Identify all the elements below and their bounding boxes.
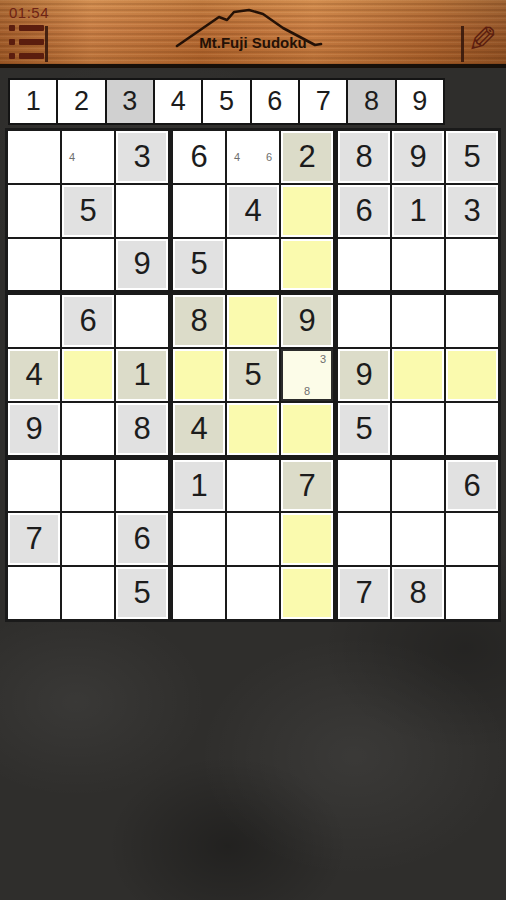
cell-r3c8[interactable] [392, 239, 444, 291]
box-8: 17 [173, 460, 333, 619]
number-button-6[interactable]: 6 [252, 80, 298, 123]
title-block: Mt.Fuji Sudoku [165, 0, 341, 64]
number-button-3[interactable]: 3 [107, 80, 153, 123]
cell-r5c3[interactable]: 1 [116, 349, 168, 401]
cell-r1c6[interactable]: 2 [281, 131, 333, 183]
cell-r7c9[interactable]: 6 [446, 460, 498, 512]
cell-r9c4[interactable] [173, 567, 225, 619]
cell-r7c6[interactable]: 7 [281, 460, 333, 512]
cell-r4c9[interactable] [446, 295, 498, 347]
cell-r9c9[interactable] [446, 567, 498, 619]
pencil-icon: ✎ [467, 22, 497, 58]
cell-r1c4[interactable]: 6 [173, 131, 225, 183]
cell-r6c2[interactable] [62, 403, 114, 455]
cell-r6c1[interactable]: 9 [8, 403, 60, 455]
cell-r2c5[interactable]: 4 [227, 185, 279, 237]
cell-r7c4[interactable]: 1 [173, 460, 225, 512]
cell-r9c6[interactable] [281, 567, 333, 619]
cell-r2c7[interactable]: 6 [338, 185, 390, 237]
box-5: 895384 [173, 295, 333, 454]
menu-list-icon [9, 25, 45, 31]
box-1: 4359 [8, 131, 168, 290]
box-9: 678 [338, 460, 498, 619]
cell-r5c7[interactable]: 9 [338, 349, 390, 401]
mt-fuji-sudoku-app: { "game": "sudoku", "app": { "timer": "0… [0, 0, 506, 900]
cell-r5c8[interactable] [392, 349, 444, 401]
cell-r3c6[interactable] [281, 239, 333, 291]
cell-r9c7[interactable]: 7 [338, 567, 390, 619]
cell-r6c3[interactable]: 8 [116, 403, 168, 455]
cell-r7c7[interactable] [338, 460, 390, 512]
cell-r8c1[interactable]: 7 [8, 513, 60, 565]
number-selector-bar: 123456789 [8, 78, 445, 125]
cell-r9c2[interactable] [62, 567, 114, 619]
cell-r7c1[interactable] [8, 460, 60, 512]
cell-r3c2[interactable] [62, 239, 114, 291]
cell-r4c6[interactable]: 9 [281, 295, 333, 347]
number-button-8[interactable]: 8 [348, 80, 394, 123]
cell-r4c4[interactable]: 8 [173, 295, 225, 347]
cell-r9c5[interactable] [227, 567, 279, 619]
cell-r6c7[interactable]: 5 [338, 403, 390, 455]
cell-r3c7[interactable] [338, 239, 390, 291]
cell-r9c1[interactable] [8, 567, 60, 619]
cell-r2c2[interactable]: 5 [62, 185, 114, 237]
cell-r8c3[interactable]: 6 [116, 513, 168, 565]
number-button-4[interactable]: 4 [155, 80, 201, 123]
cell-r8c5[interactable] [227, 513, 279, 565]
cell-r5c6[interactable]: 38 [281, 349, 333, 401]
cell-r3c5[interactable] [227, 239, 279, 291]
cell-r3c3[interactable]: 9 [116, 239, 168, 291]
cell-r8c2[interactable] [62, 513, 114, 565]
cell-r6c9[interactable] [446, 403, 498, 455]
header-divider-left [45, 26, 48, 62]
cell-r2c9[interactable]: 3 [446, 185, 498, 237]
cell-r9c3[interactable]: 5 [116, 567, 168, 619]
cell-r4c3[interactable] [116, 295, 168, 347]
cell-r9c8[interactable]: 8 [392, 567, 444, 619]
number-button-5[interactable]: 5 [203, 80, 249, 123]
cell-r7c8[interactable] [392, 460, 444, 512]
cell-r6c4[interactable]: 4 [173, 403, 225, 455]
cell-r3c4[interactable]: 5 [173, 239, 225, 291]
cell-r6c5[interactable] [227, 403, 279, 455]
cell-r8c4[interactable] [173, 513, 225, 565]
cell-r4c1[interactable] [8, 295, 60, 347]
cell-r8c8[interactable] [392, 513, 444, 565]
box-6: 95 [338, 295, 498, 454]
cell-r6c8[interactable] [392, 403, 444, 455]
cell-r3c1[interactable] [8, 239, 60, 291]
cell-r5c1[interactable]: 4 [8, 349, 60, 401]
cell-r4c8[interactable] [392, 295, 444, 347]
cell-r1c8[interactable]: 9 [392, 131, 444, 183]
cell-r8c6[interactable] [281, 513, 333, 565]
header: 01:54 Mt.Fuji Sudoku ✎ [0, 0, 506, 68]
cell-r2c6[interactable] [281, 185, 333, 237]
cell-r5c4[interactable] [173, 349, 225, 401]
cell-r2c3[interactable] [116, 185, 168, 237]
cell-r4c2[interactable]: 6 [62, 295, 114, 347]
box-2: 646245 [173, 131, 333, 290]
cell-r2c4[interactable] [173, 185, 225, 237]
box-7: 765 [8, 460, 168, 619]
cell-r7c3[interactable] [116, 460, 168, 512]
cell-r1c2[interactable]: 4 [62, 131, 114, 183]
box-3: 895613 [338, 131, 498, 290]
cell-r1c5[interactable]: 46 [227, 131, 279, 183]
cell-r1c3[interactable]: 3 [116, 131, 168, 183]
cell-r5c9[interactable] [446, 349, 498, 401]
page-title: Mt.Fuji Sudoku [165, 34, 341, 51]
cell-r5c2[interactable] [62, 349, 114, 401]
menu-button[interactable] [9, 25, 45, 59]
cell-r1c9[interactable]: 5 [446, 131, 498, 183]
number-button-7[interactable]: 7 [300, 80, 346, 123]
box-4: 64198 [8, 295, 168, 454]
cell-r7c2[interactable] [62, 460, 114, 512]
cell-r8c9[interactable] [446, 513, 498, 565]
cell-r7c5[interactable] [227, 460, 279, 512]
cell-r6c6[interactable] [281, 403, 333, 455]
cell-r1c7[interactable]: 8 [338, 131, 390, 183]
cell-r2c8[interactable]: 1 [392, 185, 444, 237]
number-button-1[interactable]: 1 [10, 80, 56, 123]
timer: 01:54 [9, 4, 49, 21]
cell-r1c1[interactable] [8, 131, 60, 183]
cell-r8c7[interactable] [338, 513, 390, 565]
cell-r4c7[interactable] [338, 295, 390, 347]
number-button-9[interactable]: 9 [397, 80, 443, 123]
cell-r3c9[interactable] [446, 239, 498, 291]
cell-r5c5[interactable]: 5 [227, 349, 279, 401]
cell-r4c5[interactable] [227, 295, 279, 347]
number-button-2[interactable]: 2 [58, 80, 104, 123]
sudoku-board: 4359646245895613641988953849576517678 [5, 128, 501, 622]
edit-button[interactable]: ✎ [462, 20, 502, 60]
cell-r2c1[interactable] [8, 185, 60, 237]
